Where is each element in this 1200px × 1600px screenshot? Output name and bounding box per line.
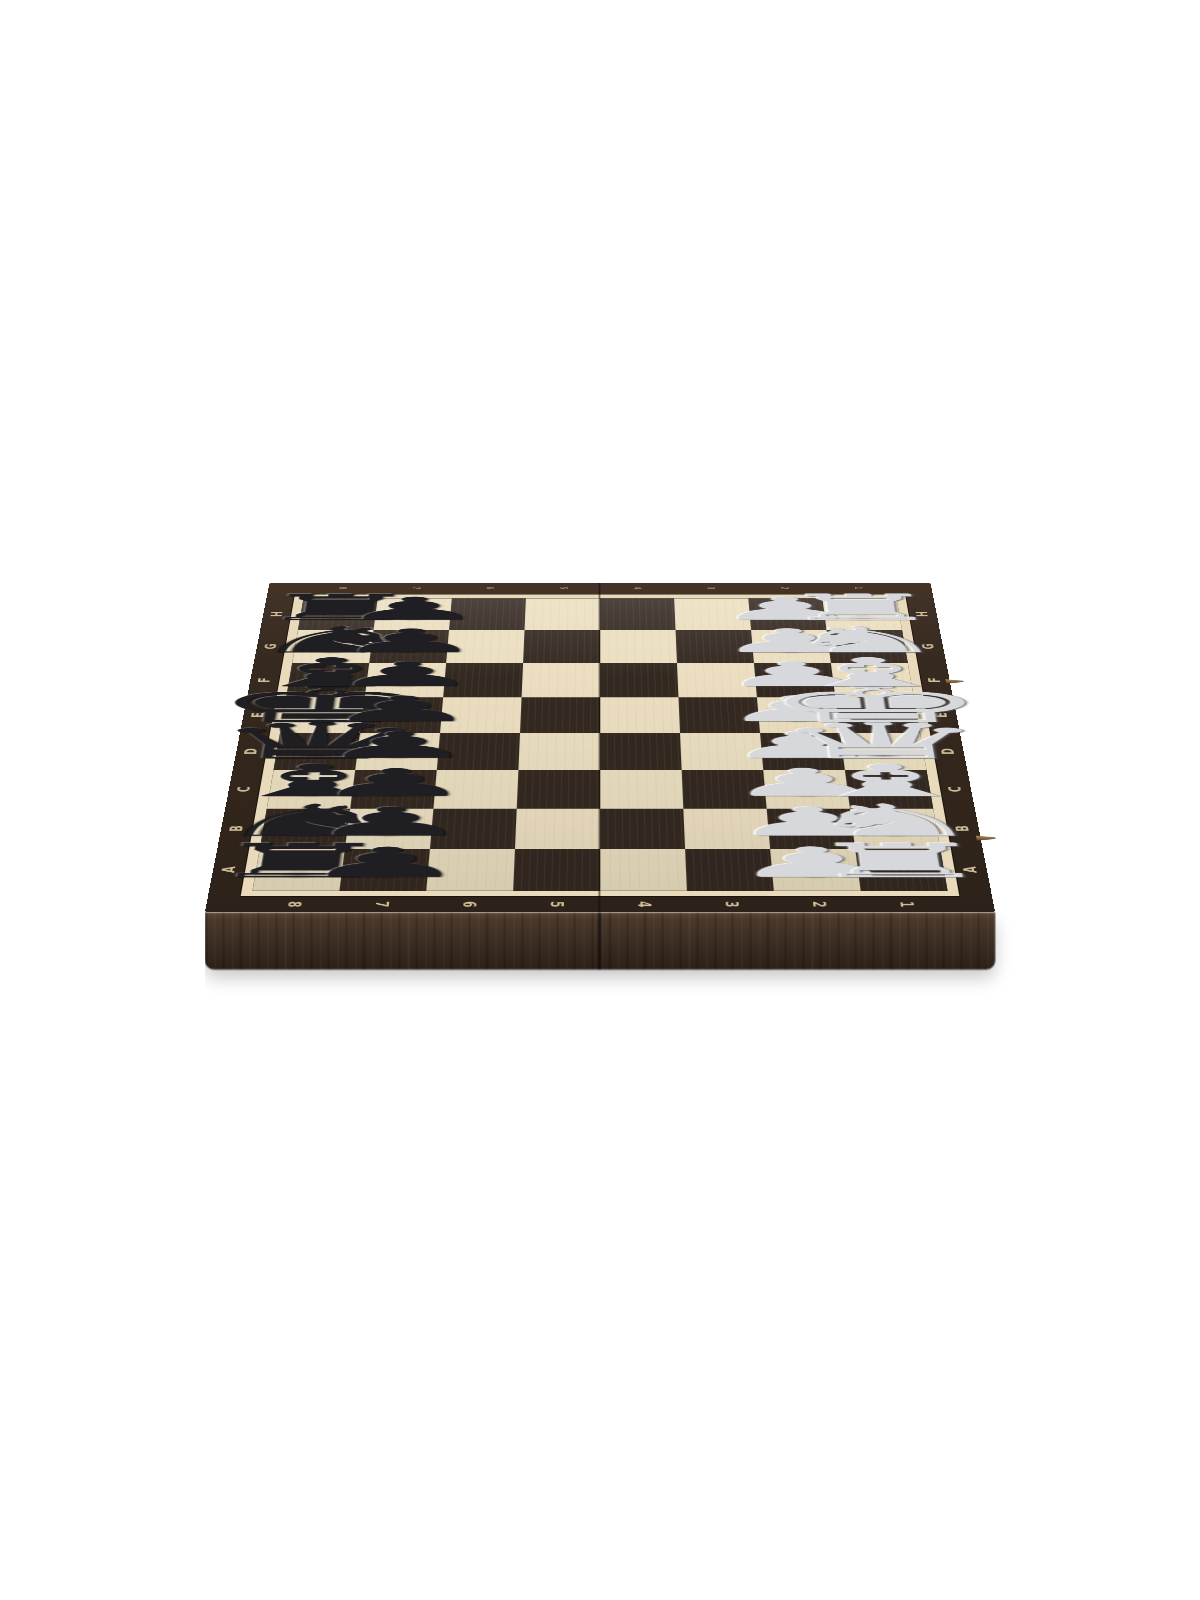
square-a8[interactable]: [252, 849, 344, 891]
square-h5[interactable]: [524, 598, 600, 630]
square-d5[interactable]: [518, 733, 600, 770]
square-c8[interactable]: [267, 770, 355, 809]
rank-label-front-8: 8: [285, 901, 303, 907]
square-b2[interactable]: [767, 809, 856, 849]
board-side-face: [205, 912, 995, 969]
square-a1[interactable]: [855, 849, 947, 891]
square-h4[interactable]: [600, 598, 676, 630]
file-label-right-b: B: [954, 825, 972, 831]
file-label-right-c: C: [947, 786, 965, 792]
square-a7[interactable]: [339, 849, 430, 891]
rank-label-front-1: 1: [897, 901, 915, 907]
square-g4[interactable]: [600, 630, 677, 663]
square-c7[interactable]: [350, 770, 437, 809]
rank-label-back-6: 6: [484, 586, 494, 589]
page: { "game": "chess", "scene": "Folding woo…: [0, 0, 1200, 1600]
rank-label-front-4: 4: [635, 901, 653, 907]
square-g5[interactable]: [523, 630, 600, 663]
square-c2[interactable]: [763, 770, 850, 809]
file-label-right-a: A: [961, 866, 979, 872]
square-c6[interactable]: [433, 770, 518, 809]
square-b1[interactable]: [850, 809, 940, 849]
rank-label-front-3: 3: [722, 901, 740, 907]
file-label-left-b: B: [228, 825, 246, 831]
square-a4[interactable]: [600, 849, 687, 891]
square-a5[interactable]: [513, 849, 600, 891]
square-f5[interactable]: [522, 663, 600, 697]
square-b8[interactable]: [260, 809, 350, 849]
file-label-left-c: C: [236, 786, 254, 792]
square-b7[interactable]: [345, 809, 434, 849]
square-c4[interactable]: [600, 770, 683, 809]
file-label-right-d: D: [940, 748, 957, 754]
rank-label-back-5: 5: [558, 586, 568, 589]
square-a6[interactable]: [426, 849, 515, 891]
square-b3[interactable]: [683, 809, 770, 849]
rank-label-front-6: 6: [460, 901, 478, 907]
rank-label-front-5: 5: [547, 901, 565, 907]
file-label-left-a: A: [220, 866, 238, 872]
file-label-left-d: D: [243, 748, 260, 754]
square-e5[interactable]: [520, 697, 600, 733]
square-a3[interactable]: [685, 849, 774, 891]
square-b5[interactable]: [515, 809, 600, 849]
chessboard: 8877665544332211HHGGFFEEDDCCBBAA ♜♞♝♛♚♝♞…: [205, 583, 995, 912]
rank-label-front-7: 7: [372, 901, 390, 907]
square-c3[interactable]: [682, 770, 767, 809]
square-e4[interactable]: [600, 697, 680, 733]
square-d4[interactable]: [600, 733, 682, 770]
square-a2[interactable]: [770, 849, 861, 891]
square-c5[interactable]: [517, 770, 600, 809]
rank-label-front-2: 2: [810, 901, 828, 907]
square-b4[interactable]: [600, 809, 685, 849]
chessboard-scene: 8877665544332211HHGGFFEEDDCCBBAA ♜♞♝♛♚♝♞…: [240, 373, 960, 1093]
fold-seam-side: [598, 912, 601, 969]
square-f4[interactable]: [600, 663, 678, 697]
fold-seam: [598, 583, 601, 912]
rank-label-back-3: 3: [705, 586, 715, 589]
square-c1[interactable]: [845, 770, 933, 809]
rank-label-back-4: 4: [632, 586, 642, 589]
square-b6[interactable]: [430, 809, 517, 849]
